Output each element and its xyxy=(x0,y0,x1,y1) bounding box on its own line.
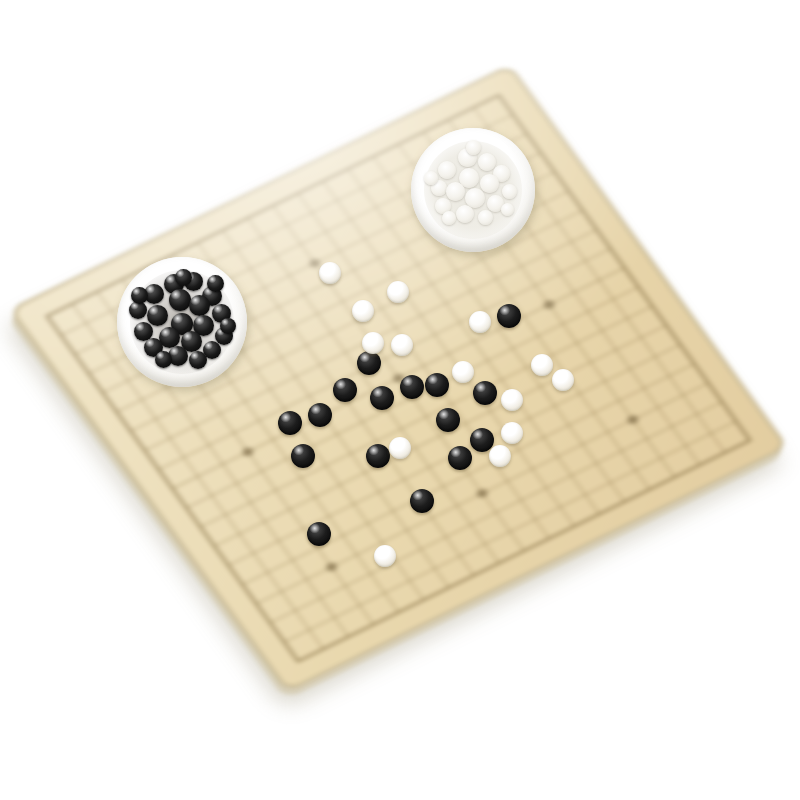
stone-black xyxy=(307,522,331,546)
stone-white xyxy=(352,300,374,322)
stone-black xyxy=(308,403,332,427)
stone-white xyxy=(501,422,523,444)
stone-white xyxy=(469,311,491,333)
bowl-stone xyxy=(466,140,481,155)
bowl-stone xyxy=(446,182,465,201)
bowl-stone xyxy=(424,171,438,185)
stone-white xyxy=(489,445,511,467)
bowl-stone xyxy=(442,211,456,225)
stone-black xyxy=(357,351,381,375)
bowl-stone xyxy=(501,203,514,216)
bowl-stone xyxy=(169,289,191,311)
bowl-stone xyxy=(502,184,517,199)
stone-black xyxy=(370,386,394,410)
bowl-stone xyxy=(438,161,456,179)
stone-black xyxy=(278,411,302,435)
stone-white xyxy=(552,369,574,391)
white-stones-bowl xyxy=(411,128,535,252)
stone-black xyxy=(425,373,449,397)
bowl-stone xyxy=(478,210,493,225)
stone-white xyxy=(362,332,384,354)
stone-white xyxy=(501,389,523,411)
stone-white xyxy=(391,334,413,356)
stone-black xyxy=(497,304,521,328)
stone-black xyxy=(410,489,434,513)
go-set-photo xyxy=(0,0,800,800)
stone-white xyxy=(319,262,341,284)
stone-black xyxy=(291,444,315,468)
stone-white xyxy=(531,354,553,376)
bowl-stone xyxy=(220,318,236,334)
bowl-stone xyxy=(189,351,207,369)
bowl-stone xyxy=(456,205,474,223)
stone-white xyxy=(389,437,411,459)
stone-white xyxy=(452,361,474,383)
stone-black xyxy=(436,408,460,432)
stone-white xyxy=(374,545,396,567)
black-stones-bowl xyxy=(117,257,247,387)
stone-black xyxy=(473,381,497,405)
stone-black xyxy=(448,446,472,470)
stones-layer xyxy=(0,0,800,800)
stone-white xyxy=(387,281,409,303)
stone-black xyxy=(400,375,424,399)
stone-black xyxy=(366,444,390,468)
stone-black xyxy=(333,378,357,402)
